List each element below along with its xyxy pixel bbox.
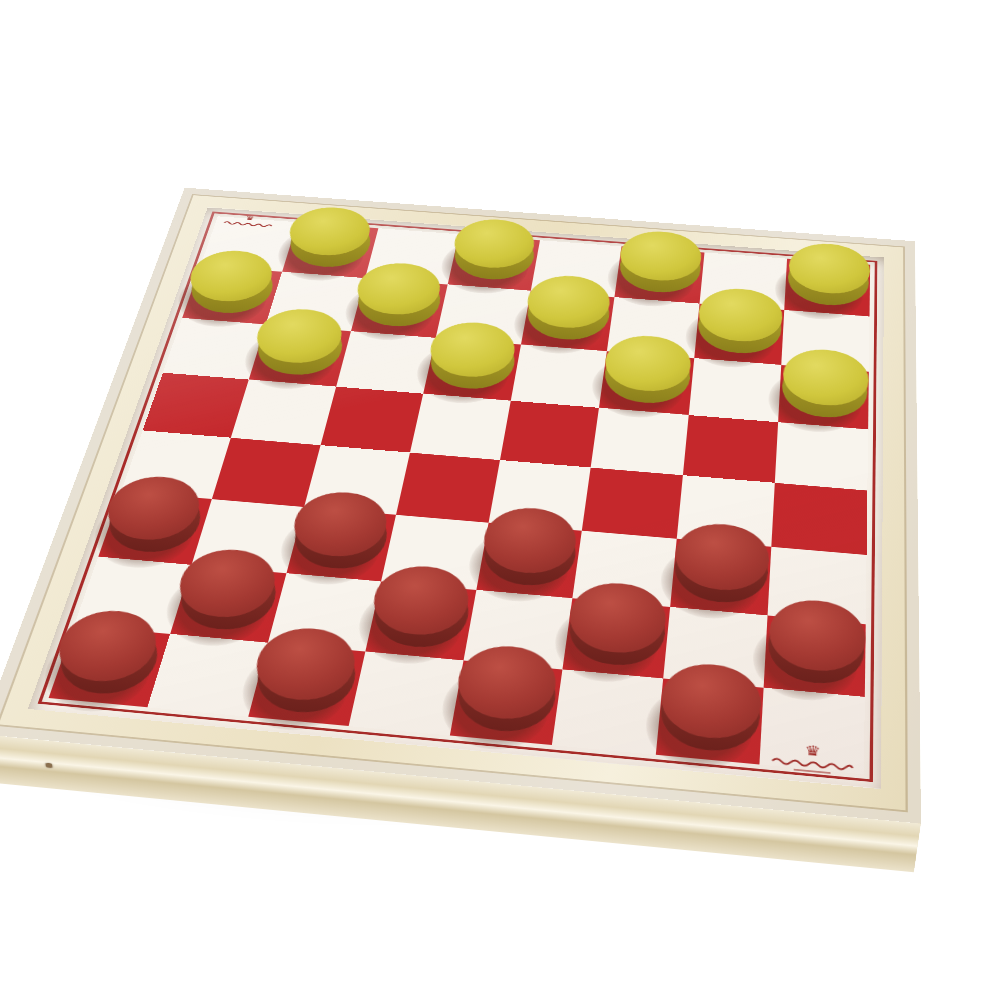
checker-dark-red[interactable] xyxy=(367,583,474,659)
square-r7c4-red[interactable] xyxy=(365,581,476,660)
checker-dark-red[interactable] xyxy=(250,644,363,724)
square-r7c8-red[interactable] xyxy=(763,615,865,697)
square-r3c6-red[interactable] xyxy=(599,351,694,415)
checker-dark-red[interactable] xyxy=(452,662,560,743)
square-r5c4-red[interactable] xyxy=(396,453,500,523)
square-r3c2-red[interactable] xyxy=(249,324,350,386)
checker-dark-red[interactable] xyxy=(479,524,580,596)
board-tilt-wrapper: ♛ ♛ xyxy=(0,188,921,824)
square-r4c5-red[interactable] xyxy=(500,401,599,468)
square-r2c7-red[interactable] xyxy=(694,304,784,365)
square-r1c4-red[interactable] xyxy=(447,234,540,291)
checker-dark-red[interactable] xyxy=(101,493,210,563)
checker-yellow[interactable] xyxy=(616,247,702,302)
checker-dark-red[interactable] xyxy=(565,600,668,677)
square-r7c2-red[interactable] xyxy=(170,565,286,643)
square-r8c1-red[interactable] xyxy=(49,625,171,707)
checker-yellow[interactable] xyxy=(786,260,869,316)
square-r4c1-red[interactable] xyxy=(143,373,249,438)
checker-yellow[interactable] xyxy=(353,279,446,336)
square-r4c7-red[interactable] xyxy=(682,415,777,483)
square-r1c8-red[interactable] xyxy=(784,259,870,317)
frame-right-face xyxy=(910,241,921,872)
square-r8c3-red[interactable] xyxy=(248,643,365,727)
square-r6c5-red[interactable] xyxy=(476,523,582,598)
square-r7c6-red[interactable] xyxy=(563,598,670,678)
checker-dark-red[interactable] xyxy=(288,509,393,580)
checker-dark-red[interactable] xyxy=(173,566,284,641)
checker-dark-red[interactable] xyxy=(51,627,168,706)
nail-dot xyxy=(45,763,52,768)
square-r4c4-white[interactable] xyxy=(410,393,511,460)
nail-hole xyxy=(918,789,919,801)
checker-dark-red[interactable] xyxy=(657,680,761,763)
checkers-board-grid xyxy=(49,216,871,774)
checker-yellow[interactable] xyxy=(601,352,692,413)
checker-yellow[interactable] xyxy=(696,305,783,363)
square-r8c7-red[interactable] xyxy=(655,678,763,764)
square-r2c3-red[interactable] xyxy=(351,278,448,337)
square-r4c3-red[interactable] xyxy=(320,386,423,452)
checker-yellow[interactable] xyxy=(780,366,867,428)
checker-dark-red[interactable] xyxy=(672,540,769,613)
square-r2c1-red[interactable] xyxy=(182,266,282,325)
checker-yellow[interactable] xyxy=(184,267,280,323)
square-r3c8-red[interactable] xyxy=(778,365,869,430)
square-r8c5-red[interactable] xyxy=(450,660,563,745)
checker-yellow[interactable] xyxy=(449,235,538,289)
square-r4c2-white[interactable] xyxy=(231,379,336,445)
product-photo-page: ♛ ♛ xyxy=(0,0,1000,1000)
square-r6c7-red[interactable] xyxy=(670,539,771,615)
square-r1c6-red[interactable] xyxy=(615,246,704,303)
square-r1c2-red[interactable] xyxy=(282,222,378,278)
scene: ♛ ♛ xyxy=(0,0,1000,1000)
square-r3c4-red[interactable] xyxy=(423,338,521,401)
square-r5c6-red[interactable] xyxy=(582,468,682,539)
checker-yellow[interactable] xyxy=(251,325,348,385)
checker-yellow[interactable] xyxy=(284,223,376,277)
square-r6c3-red[interactable] xyxy=(286,507,396,581)
square-r5c8-red[interactable] xyxy=(771,483,867,555)
wooden-tray-frame: ♛ ♛ xyxy=(0,188,921,824)
checker-yellow[interactable] xyxy=(425,339,519,399)
square-r2c5-red[interactable] xyxy=(521,291,615,351)
checker-dark-red[interactable] xyxy=(765,617,863,695)
square-r5c2-red[interactable] xyxy=(212,438,320,507)
printed-board-sheet: ♛ ♛ xyxy=(28,207,884,789)
checker-yellow[interactable] xyxy=(523,292,613,350)
